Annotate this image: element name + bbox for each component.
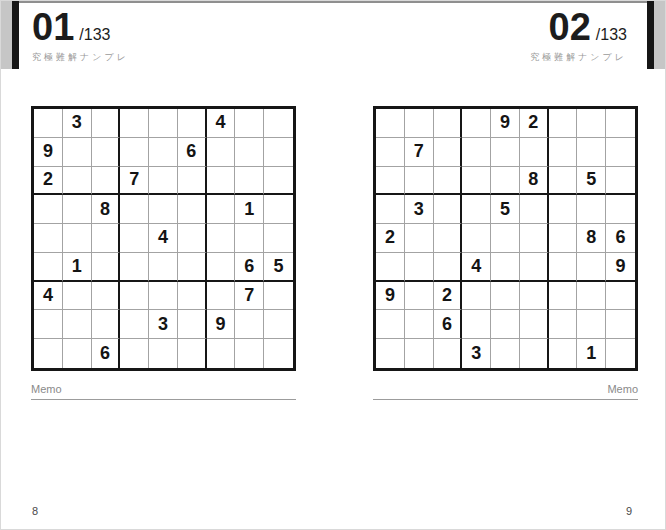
sudoku-cell-r1c1[interactable] [34, 109, 63, 138]
top-rule-divider [1, 1, 666, 3]
sudoku-cell-r3c1[interactable] [376, 167, 405, 196]
sudoku-cell-r9c5[interactable] [149, 339, 178, 368]
sudoku-cell-r4c9[interactable] [264, 195, 293, 224]
sudoku-cell-r9c1[interactable] [376, 339, 405, 368]
sudoku-cell-r3c5[interactable] [491, 167, 520, 196]
sudoku-cell-r9c8[interactable]: 1 [577, 339, 606, 368]
sudoku-cell-r4c3[interactable]: 8 [92, 195, 121, 224]
right-page-edge-gray-strip [654, 1, 665, 69]
sudoku-cell-r7c7[interactable] [207, 282, 236, 311]
sudoku-cell-r2c2[interactable] [63, 138, 92, 167]
sudoku-cell-r6c9[interactable]: 9 [606, 253, 635, 282]
sudoku-cell-r5c4[interactable] [120, 224, 149, 253]
sudoku-cell-r9c2[interactable] [405, 339, 434, 368]
sudoku-cell-r2c6[interactable] [520, 138, 549, 167]
sudoku-cell-r5c5[interactable] [491, 224, 520, 253]
puzzle-02-number: 02 [549, 8, 591, 46]
sudoku-cell-r3c7[interactable] [207, 167, 236, 196]
sudoku-cell-r1c9[interactable] [606, 109, 635, 138]
sudoku-cell-r4c4[interactable] [120, 195, 149, 224]
sudoku-cell-r9c9[interactable] [606, 339, 635, 368]
sudoku-cell-r2c3[interactable] [92, 138, 121, 167]
puzzle-02-title: 02 /133 [530, 8, 627, 46]
sudoku-cell-r7c3[interactable]: 2 [434, 282, 463, 311]
sudoku-cell-r9c4[interactable] [120, 339, 149, 368]
sudoku-cell-r6c6[interactable] [178, 253, 207, 282]
sudoku-cell-r5c2[interactable] [405, 224, 434, 253]
sudoku-cell-r4c3[interactable] [434, 195, 463, 224]
page-number-right: 9 [626, 505, 632, 517]
sudoku-cell-r6c9[interactable]: 5 [264, 253, 293, 282]
sudoku-cell-r9c5[interactable] [491, 339, 520, 368]
sudoku-cell-r7c2[interactable] [63, 282, 92, 311]
sudoku-cell-r3c6[interactable] [178, 167, 207, 196]
sudoku-cell-r5c3[interactable] [92, 224, 121, 253]
sudoku-cell-r4c7[interactable] [549, 195, 578, 224]
sudoku-cell-r1c3[interactable] [434, 109, 463, 138]
sudoku-cell-r6c7[interactable] [207, 253, 236, 282]
sudoku-cell-r4c2[interactable]: 3 [405, 195, 434, 224]
sudoku-cell-r6c3[interactable] [434, 253, 463, 282]
sudoku-cell-r1c3[interactable] [92, 109, 121, 138]
right-page-edge-black-bar [647, 1, 654, 69]
sudoku-cell-r6c1[interactable] [376, 253, 405, 282]
sudoku-cell-r3c7[interactable] [549, 167, 578, 196]
sudoku-cell-r2c5[interactable] [149, 138, 178, 167]
sudoku-cell-r6c3[interactable] [92, 253, 121, 282]
memo-text-right: Memo [607, 383, 638, 395]
sudoku-cell-r6c2[interactable]: 1 [63, 253, 92, 282]
sudoku-cell-r8c5[interactable] [491, 310, 520, 339]
sudoku-cell-r7c1[interactable]: 9 [376, 282, 405, 311]
sudoku-cell-r8c4[interactable] [120, 310, 149, 339]
sudoku-cell-r9c4[interactable]: 3 [462, 339, 491, 368]
sudoku-cell-r6c2[interactable] [405, 253, 434, 282]
memo-label-left: Memo [31, 383, 296, 400]
sudoku-cell-r5c7[interactable] [549, 224, 578, 253]
puzzle-01-total-count: /133 [79, 26, 110, 44]
sudoku-cell-r1c7[interactable]: 4 [207, 109, 236, 138]
memo-label-right: Memo [373, 383, 638, 400]
sudoku-cell-r9c9[interactable] [264, 339, 293, 368]
sudoku-cell-r9c2[interactable] [63, 339, 92, 368]
sudoku-cell-r8c3[interactable] [92, 310, 121, 339]
sudoku-cell-r3c8[interactable]: 5 [577, 167, 606, 196]
sudoku-cell-r8c5[interactable]: 3 [149, 310, 178, 339]
sudoku-cell-r7c3[interactable] [92, 282, 121, 311]
sudoku-cell-r5c8[interactable]: 8 [577, 224, 606, 253]
sudoku-cell-r5c1[interactable]: 2 [376, 224, 405, 253]
sudoku-cell-r4c2[interactable] [63, 195, 92, 224]
sudoku-cell-r7c4[interactable] [120, 282, 149, 311]
sudoku-cell-r4c1[interactable] [376, 195, 405, 224]
sudoku-cell-r2c7[interactable] [207, 138, 236, 167]
sudoku-cell-r6c8[interactable] [577, 253, 606, 282]
sudoku-cell-r3c8[interactable] [235, 167, 264, 196]
sudoku-cell-r1c1[interactable] [376, 109, 405, 138]
page-number-left: 8 [32, 505, 38, 517]
sudoku-cell-r3c2[interactable] [63, 167, 92, 196]
sudoku-grid-01: 34962781416547396 [31, 106, 296, 371]
sudoku-cell-r1c4[interactable] [462, 109, 491, 138]
sudoku-cell-r8c2[interactable] [405, 310, 434, 339]
sudoku-cell-r2c4[interactable] [120, 138, 149, 167]
puzzle-01-series-subtitle: 究極難解ナンプレ [32, 51, 129, 64]
sudoku-cell-r3c9[interactable] [606, 167, 635, 196]
sudoku-cell-r8c2[interactable] [63, 310, 92, 339]
sudoku-cell-r6c4[interactable] [120, 253, 149, 282]
sudoku-cell-r2c7[interactable] [549, 138, 578, 167]
puzzle-01-title: 01 /133 [32, 8, 129, 46]
puzzle-01-header: 01 /133 究極難解ナンプレ [32, 8, 129, 64]
sudoku-cell-r5c6[interactable] [178, 224, 207, 253]
sudoku-cell-r9c7[interactable] [207, 339, 236, 368]
sudoku-cell-r9c7[interactable] [549, 339, 578, 368]
sudoku-cell-r7c9[interactable] [264, 282, 293, 311]
sudoku-cell-r6c5[interactable] [491, 253, 520, 282]
sudoku-cell-r8c6[interactable] [520, 310, 549, 339]
sudoku-cell-r5c9[interactable] [264, 224, 293, 253]
sudoku-cell-r2c5[interactable] [491, 138, 520, 167]
sudoku-cell-r7c1[interactable]: 4 [34, 282, 63, 311]
sudoku-cell-r5c7[interactable] [207, 224, 236, 253]
sudoku-cell-r9c3[interactable]: 6 [92, 339, 121, 368]
sudoku-cell-r1c2[interactable] [405, 109, 434, 138]
puzzle-02-total-count: /133 [596, 26, 627, 44]
sudoku-cell-r3c5[interactable] [149, 167, 178, 196]
sudoku-cell-r7c5[interactable] [491, 282, 520, 311]
sudoku-cell-r1c5[interactable] [149, 109, 178, 138]
sudoku-cell-r6c7[interactable] [549, 253, 578, 282]
sudoku-cell-r2c8[interactable] [577, 138, 606, 167]
sudoku-cell-r1c4[interactable] [120, 109, 149, 138]
sudoku-cell-r7c8[interactable] [577, 282, 606, 311]
sudoku-cell-r9c3[interactable] [434, 339, 463, 368]
left-page-edge-gray-strip [1, 1, 12, 69]
sudoku-cell-r3c4[interactable]: 7 [120, 167, 149, 196]
sudoku-cell-r1c9[interactable] [264, 109, 293, 138]
puzzle-01-number: 01 [32, 8, 74, 46]
sudoku-grid-02: 92785352864992631 [373, 106, 638, 371]
sudoku-cell-r7c6[interactable] [520, 282, 549, 311]
sudoku-cell-r7c2[interactable] [405, 282, 434, 311]
sudoku-cell-r6c8[interactable]: 6 [235, 253, 264, 282]
sudoku-cell-r3c6[interactable]: 8 [520, 167, 549, 196]
sudoku-cell-r9c6[interactable] [520, 339, 549, 368]
sudoku-cell-r9c1[interactable] [34, 339, 63, 368]
sudoku-cell-r3c3[interactable] [434, 167, 463, 196]
sudoku-cell-r4c6[interactable] [520, 195, 549, 224]
sudoku-cell-r8c9[interactable] [606, 310, 635, 339]
sudoku-cell-r2c4[interactable] [462, 138, 491, 167]
sudoku-cell-r4c5[interactable] [149, 195, 178, 224]
sudoku-cell-r1c2[interactable]: 3 [63, 109, 92, 138]
sudoku-cell-r2c8[interactable] [235, 138, 264, 167]
sudoku-cell-r4c6[interactable] [178, 195, 207, 224]
sudoku-cell-r1c5[interactable]: 9 [491, 109, 520, 138]
puzzle-book-spread: 01 /133 究極難解ナンプレ 02 /133 究極難解ナンプレ 349627… [0, 0, 666, 530]
sudoku-cell-r9c6[interactable] [178, 339, 207, 368]
sudoku-cell-r6c6[interactable] [520, 253, 549, 282]
sudoku-cell-r3c1[interactable]: 2 [34, 167, 63, 196]
sudoku-cell-r1c6[interactable]: 2 [520, 109, 549, 138]
sudoku-cell-r3c9[interactable] [264, 167, 293, 196]
sudoku-cell-r8c1[interactable] [376, 310, 405, 339]
sudoku-cell-r3c4[interactable] [462, 167, 491, 196]
sudoku-cell-r8c8[interactable] [577, 310, 606, 339]
sudoku-cell-r5c5[interactable]: 4 [149, 224, 178, 253]
sudoku-cell-r1c6[interactable] [178, 109, 207, 138]
sudoku-cell-r4c8[interactable] [577, 195, 606, 224]
sudoku-cell-r2c3[interactable] [434, 138, 463, 167]
sudoku-cell-r5c4[interactable] [462, 224, 491, 253]
sudoku-cell-r7c9[interactable] [606, 282, 635, 311]
memo-text-left: Memo [31, 383, 62, 395]
sudoku-cell-r5c3[interactable] [434, 224, 463, 253]
sudoku-cell-r3c2[interactable] [405, 167, 434, 196]
sudoku-cell-r8c7[interactable]: 9 [207, 310, 236, 339]
sudoku-cell-r4c9[interactable] [606, 195, 635, 224]
sudoku-cell-r1c8[interactable] [577, 109, 606, 138]
sudoku-cell-r7c7[interactable] [549, 282, 578, 311]
sudoku-cell-r3c3[interactable] [92, 167, 121, 196]
sudoku-cell-r8c8[interactable] [235, 310, 264, 339]
sudoku-cell-r7c5[interactable] [149, 282, 178, 311]
sudoku-cell-r1c8[interactable] [235, 109, 264, 138]
sudoku-cell-r6c4[interactable]: 4 [462, 253, 491, 282]
sudoku-cell-r8c9[interactable] [264, 310, 293, 339]
sudoku-cell-r5c1[interactable] [34, 224, 63, 253]
sudoku-cell-r7c6[interactable] [178, 282, 207, 311]
sudoku-cell-r4c1[interactable] [34, 195, 63, 224]
puzzle-02-header: 02 /133 究極難解ナンプレ [530, 8, 627, 64]
left-page-edge-black-bar [12, 1, 19, 69]
sudoku-cell-r7c4[interactable] [462, 282, 491, 311]
sudoku-cell-r5c6[interactable] [520, 224, 549, 253]
sudoku-cell-r9c8[interactable] [235, 339, 264, 368]
sudoku-cell-r4c4[interactable] [462, 195, 491, 224]
sudoku-cell-r1c7[interactable] [549, 109, 578, 138]
sudoku-cell-r6c1[interactable] [34, 253, 63, 282]
sudoku-cell-r4c5[interactable]: 5 [491, 195, 520, 224]
sudoku-cell-r4c7[interactable] [207, 195, 236, 224]
sudoku-cell-r2c9[interactable] [606, 138, 635, 167]
sudoku-cell-r6c5[interactable] [149, 253, 178, 282]
sudoku-cell-r2c6[interactable]: 6 [178, 138, 207, 167]
sudoku-cell-r8c4[interactable] [462, 310, 491, 339]
sudoku-cell-r7c8[interactable]: 7 [235, 282, 264, 311]
sudoku-cell-r4c8[interactable]: 1 [235, 195, 264, 224]
sudoku-cell-r5c8[interactable] [235, 224, 264, 253]
puzzle-02-series-subtitle: 究極難解ナンプレ [530, 51, 627, 64]
sudoku-cell-r8c3[interactable]: 6 [434, 310, 463, 339]
sudoku-cell-r8c1[interactable] [34, 310, 63, 339]
sudoku-cell-r8c7[interactable] [549, 310, 578, 339]
sudoku-cell-r2c1[interactable] [376, 138, 405, 167]
sudoku-cell-r2c1[interactable]: 9 [34, 138, 63, 167]
sudoku-cell-r8c6[interactable] [178, 310, 207, 339]
sudoku-cell-r2c9[interactable] [264, 138, 293, 167]
sudoku-cell-r5c9[interactable]: 6 [606, 224, 635, 253]
sudoku-cell-r5c2[interactable] [63, 224, 92, 253]
sudoku-cell-r2c2[interactable]: 7 [405, 138, 434, 167]
